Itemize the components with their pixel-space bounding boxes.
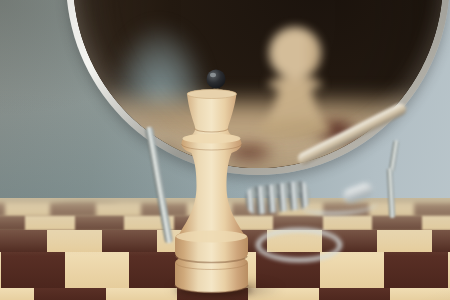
vignette-overlay [0, 0, 450, 300]
photo-scene: ♙ [0, 0, 450, 300]
